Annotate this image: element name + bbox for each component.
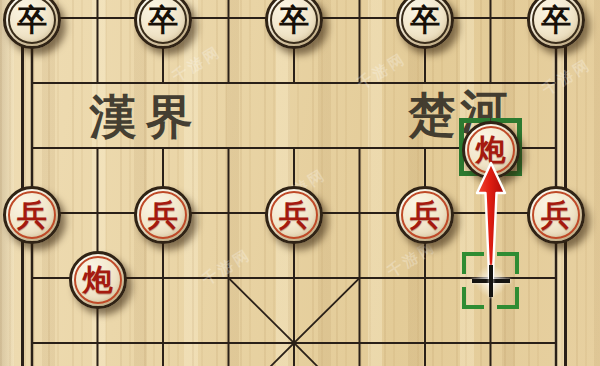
river-label-char: 漢 [90,86,137,149]
piece-glyph: 卒 [148,5,178,35]
red-pawn[interactable]: 兵 [265,186,323,244]
piece-glyph: 卒 [541,5,571,35]
piece-glyph: 兵 [17,200,47,230]
red-pawn[interactable]: 兵 [134,186,192,244]
piece-glyph: 兵 [541,200,571,230]
piece-glyph: 卒 [279,5,309,35]
piece-glyph: 卒 [410,5,440,35]
red-pawn[interactable]: 兵 [3,186,61,244]
piece-glyph: 兵 [279,200,309,230]
piece-glyph: 炮 [476,135,506,165]
river-label-char: 楚 [409,84,456,147]
red-cannon-selected[interactable]: 炮 [462,121,520,179]
red-pawn[interactable]: 兵 [527,186,585,244]
river-label-char: 界 [146,86,193,149]
piece-glyph: 兵 [148,200,178,230]
board-grid [0,0,600,366]
xiangqi-board[interactable]: 漢 界 楚 河 千游网 千游网 千游网 千游网 千游网 千游网 [0,0,600,366]
red-cannon[interactable]: 炮 [69,251,127,309]
piece-glyph: 兵 [410,200,440,230]
red-pawn[interactable]: 兵 [396,186,454,244]
piece-glyph: 卒 [17,5,47,35]
piece-glyph: 炮 [83,265,113,295]
